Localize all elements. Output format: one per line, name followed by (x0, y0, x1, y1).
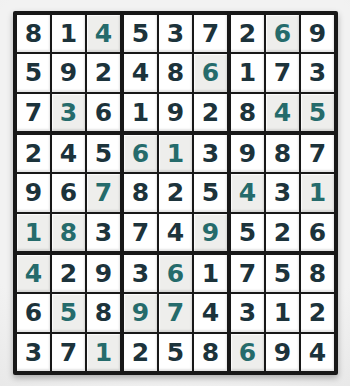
cell-r7c6[interactable]: 1 (194, 255, 227, 292)
cell-r1c8[interactable]: 6 (266, 15, 299, 52)
cell-r5c1[interactable]: 9 (17, 174, 50, 211)
sudoku-box-3: 269173845 (231, 15, 334, 131)
cell-r4c8[interactable]: 8 (266, 135, 299, 172)
cell-r6c3[interactable]: 3 (87, 214, 120, 251)
cell-r3c5[interactable]: 9 (159, 94, 192, 131)
cell-r5c8[interactable]: 3 (266, 174, 299, 211)
cell-r5c7[interactable]: 4 (231, 174, 264, 211)
sudoku-box-2: 537486192 (124, 15, 227, 131)
cell-r9c9[interactable]: 4 (301, 334, 334, 371)
cell-r1c3[interactable]: 4 (87, 15, 120, 52)
cell-r5c9[interactable]: 1 (301, 174, 334, 211)
cell-r9c1[interactable]: 3 (17, 334, 50, 371)
cell-r4c2[interactable]: 4 (52, 135, 85, 172)
cell-r2c3[interactable]: 2 (87, 54, 120, 91)
cell-r2c4[interactable]: 4 (124, 54, 157, 91)
cell-r6c1[interactable]: 1 (17, 214, 50, 251)
cell-r4c4[interactable]: 6 (124, 135, 157, 172)
cell-r7c7[interactable]: 7 (231, 255, 264, 292)
cell-r7c2[interactable]: 2 (52, 255, 85, 292)
sudoku-board: 8145927365374861922691738452459671836138… (13, 11, 338, 375)
cell-r3c3[interactable]: 6 (87, 94, 120, 131)
cell-r9c8[interactable]: 9 (266, 334, 299, 371)
cell-r7c8[interactable]: 5 (266, 255, 299, 292)
cell-r3c4[interactable]: 1 (124, 94, 157, 131)
cell-r2c7[interactable]: 1 (231, 54, 264, 91)
cell-r5c3[interactable]: 7 (87, 174, 120, 211)
cell-r8c6[interactable]: 4 (194, 294, 227, 331)
cell-r3c2[interactable]: 3 (52, 94, 85, 131)
cell-r9c5[interactable]: 5 (159, 334, 192, 371)
cell-r8c7[interactable]: 3 (231, 294, 264, 331)
cell-r6c5[interactable]: 4 (159, 214, 192, 251)
cell-r6c9[interactable]: 6 (301, 214, 334, 251)
cell-r8c9[interactable]: 2 (301, 294, 334, 331)
cell-r7c1[interactable]: 4 (17, 255, 50, 292)
cell-r4c3[interactable]: 5 (87, 135, 120, 172)
cell-r3c1[interactable]: 7 (17, 94, 50, 131)
cell-r1c2[interactable]: 1 (52, 15, 85, 52)
cell-r3c9[interactable]: 5 (301, 94, 334, 131)
cell-r3c7[interactable]: 8 (231, 94, 264, 131)
cell-r3c8[interactable]: 4 (266, 94, 299, 131)
cell-r5c4[interactable]: 8 (124, 174, 157, 211)
cell-r4c5[interactable]: 1 (159, 135, 192, 172)
sudoku-box-5: 613825749 (124, 135, 227, 251)
cell-r8c3[interactable]: 8 (87, 294, 120, 331)
cell-r7c3[interactable]: 9 (87, 255, 120, 292)
sudoku-box-6: 987431526 (231, 135, 334, 251)
cell-r9c2[interactable]: 7 (52, 334, 85, 371)
cell-r9c6[interactable]: 8 (194, 334, 227, 371)
sudoku-box-7: 429658371 (17, 255, 120, 371)
cell-r6c6[interactable]: 9 (194, 214, 227, 251)
cell-r1c4[interactable]: 5 (124, 15, 157, 52)
cell-r1c5[interactable]: 3 (159, 15, 192, 52)
cell-r4c7[interactable]: 9 (231, 135, 264, 172)
cell-r2c5[interactable]: 8 (159, 54, 192, 91)
cell-r6c2[interactable]: 8 (52, 214, 85, 251)
cell-r1c1[interactable]: 8 (17, 15, 50, 52)
cell-r8c4[interactable]: 9 (124, 294, 157, 331)
cell-r8c5[interactable]: 7 (159, 294, 192, 331)
cell-r9c3[interactable]: 1 (87, 334, 120, 371)
cell-r6c4[interactable]: 7 (124, 214, 157, 251)
sudoku-widget: 8145927365374861922691738452459671836138… (0, 0, 350, 386)
cell-r3c6[interactable]: 2 (194, 94, 227, 131)
sudoku-box-8: 361974258 (124, 255, 227, 371)
cell-r1c6[interactable]: 7 (194, 15, 227, 52)
cell-r1c7[interactable]: 2 (231, 15, 264, 52)
cell-r2c8[interactable]: 7 (266, 54, 299, 91)
cell-r4c1[interactable]: 2 (17, 135, 50, 172)
cell-r4c9[interactable]: 7 (301, 135, 334, 172)
cell-r5c6[interactable]: 5 (194, 174, 227, 211)
cell-r6c7[interactable]: 5 (231, 214, 264, 251)
cell-r9c4[interactable]: 2 (124, 334, 157, 371)
cell-r1c9[interactable]: 9 (301, 15, 334, 52)
sudoku-box-1: 814592736 (17, 15, 120, 131)
cell-r6c8[interactable]: 2 (266, 214, 299, 251)
cell-r8c1[interactable]: 6 (17, 294, 50, 331)
cell-r7c9[interactable]: 8 (301, 255, 334, 292)
cell-r2c9[interactable]: 3 (301, 54, 334, 91)
cell-r2c6[interactable]: 6 (194, 54, 227, 91)
sudoku-box-4: 245967183 (17, 135, 120, 251)
cell-r7c4[interactable]: 3 (124, 255, 157, 292)
cell-r8c8[interactable]: 1 (266, 294, 299, 331)
cell-r7c5[interactable]: 6 (159, 255, 192, 292)
cell-r8c2[interactable]: 5 (52, 294, 85, 331)
cell-r2c2[interactable]: 9 (52, 54, 85, 91)
sudoku-box-9: 758312694 (231, 255, 334, 371)
cell-r5c5[interactable]: 2 (159, 174, 192, 211)
cell-r4c6[interactable]: 3 (194, 135, 227, 172)
cell-r9c7[interactable]: 6 (231, 334, 264, 371)
cell-r5c2[interactable]: 6 (52, 174, 85, 211)
cell-r2c1[interactable]: 5 (17, 54, 50, 91)
